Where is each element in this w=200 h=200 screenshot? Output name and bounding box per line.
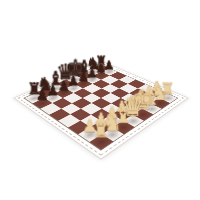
black-pawn-icon: ♟ — [28, 88, 57, 102]
pieces-layer: ♜♞♝♛♚♝♞♜♟♟♟♟♟♟♟♟♟♟♟♟♟♟♟♟♜♞♝♛♚♝♞♜ — [25, 65, 178, 150]
vinyl-mat: ♜♞♝♛♚♝♞♜♟♟♟♟♟♟♟♟♟♟♟♟♟♟♟♟♜♞♝♛♚♝♞♜ — [13, 61, 188, 160]
product-photo: ♜♞♝♛♚♝♞♜♟♟♟♟♟♟♟♟♟♟♟♟♟♟♟♟♜♞♝♛♚♝♞♜ — [0, 0, 200, 200]
white-rook-icon: ♜ — [84, 121, 119, 141]
